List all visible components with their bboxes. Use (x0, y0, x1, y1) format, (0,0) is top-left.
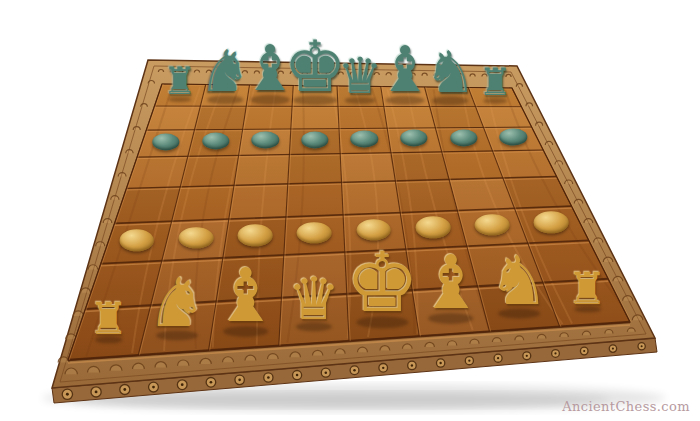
piece-green-rook-h8[interactable]: ♜ (478, 65, 512, 103)
site-watermark: AncientChess.com (562, 399, 690, 414)
piece-wood-pawn-c3[interactable] (238, 224, 273, 246)
board-photo-scene: ♜♞♝♚♛♝♞♜♜♞♝♛♚♝♞♜ AncientChess.com (0, 0, 700, 421)
piece-wood-rook-h1[interactable]: ♜ (568, 266, 608, 310)
piece-green-rook-a8[interactable]: ♜ (163, 63, 197, 101)
piece-green-queen-e8[interactable]: ♛ (338, 52, 383, 102)
piece-wood-knight-b1[interactable]: ♞ (147, 269, 208, 337)
piece-wood-pawn-a3[interactable] (119, 230, 154, 252)
piece-wood-bishop-c1[interactable]: ♝ (213, 259, 279, 333)
piece-wood-pawn-g3[interactable] (475, 214, 510, 236)
piece-wood-pawn-d3[interactable] (297, 222, 332, 244)
piece-wood-pawn-b3[interactable] (179, 227, 214, 249)
piece-wood-king-e1[interactable]: ♚ (345, 241, 419, 324)
piece-green-knight-g8[interactable]: ♞ (424, 45, 476, 103)
piece-wood-pawn-h3[interactable] (534, 212, 569, 234)
piece-wood-bishop-f1[interactable]: ♝ (418, 246, 484, 320)
piece-wood-queen-d1[interactable]: ♛ (288, 270, 340, 328)
piece-wood-knight-g1[interactable]: ♞ (489, 248, 550, 316)
piece-wood-rook-a1[interactable]: ♜ (89, 297, 129, 341)
piece-wood-pawn-f3[interactable] (416, 217, 451, 239)
